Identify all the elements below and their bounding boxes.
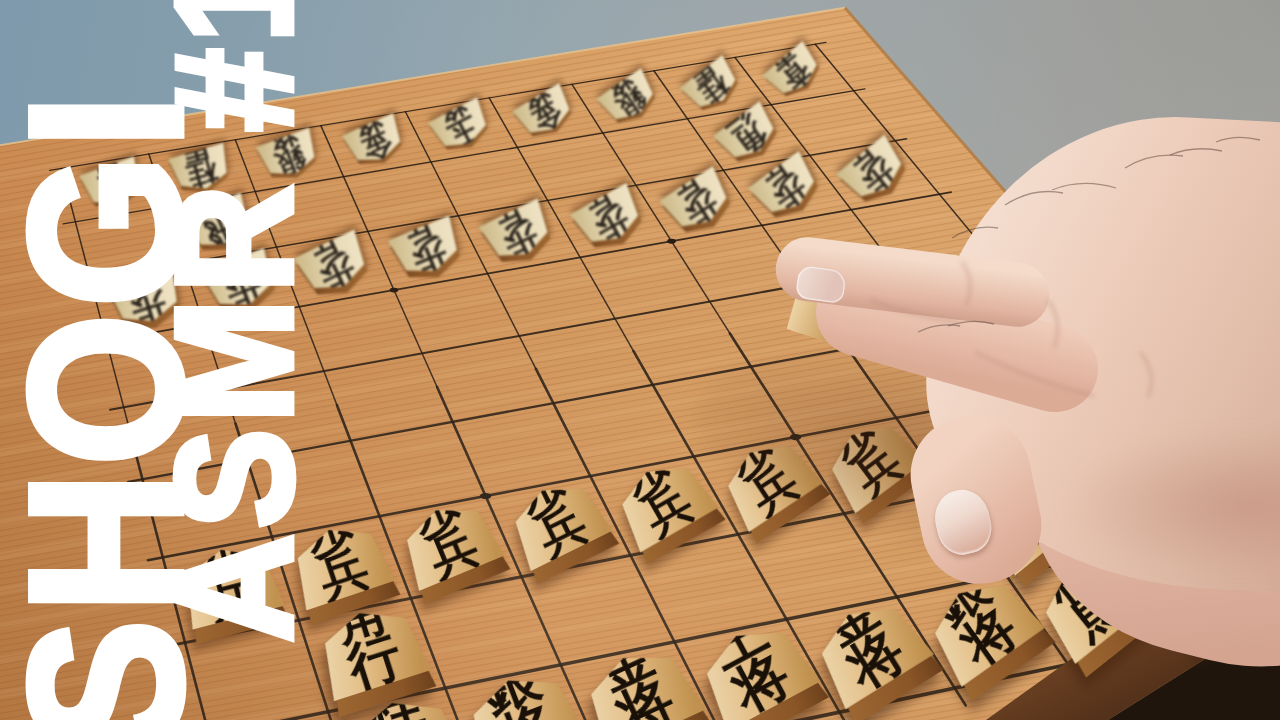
knuckle-creases xyxy=(870,262,1152,398)
title-asmr-number: ASMR #1 xyxy=(152,0,317,642)
thumbnail-scene: 香車桂馬銀将金将玉将金将銀将桂馬香車飛車角行歩兵歩兵歩兵歩兵歩兵歩兵歩兵歩兵歩兵… xyxy=(0,0,1280,720)
hand-hair-icon xyxy=(918,137,1260,332)
